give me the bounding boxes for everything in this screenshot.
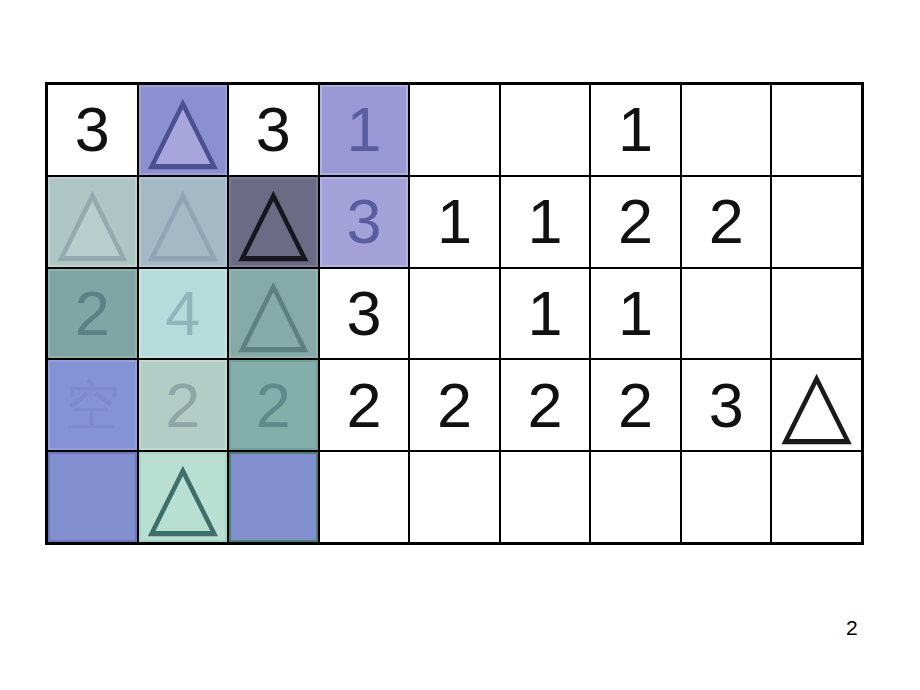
triangle-marker-icon: △	[238, 265, 309, 357]
clue-number: 2	[437, 374, 472, 437]
clue-number: 2	[256, 374, 291, 437]
triangle-marker-icon: △	[238, 173, 309, 265]
puzzle-grid: 3▲△311▲△△△3112224△311空2222223△△	[45, 82, 864, 545]
clue-number: 1	[528, 282, 563, 345]
cell-r1c8[interactable]	[682, 85, 771, 175]
triangle-marker-icon: △	[147, 448, 218, 540]
clue-number: 3	[709, 374, 744, 437]
cell-r5c3[interactable]	[229, 452, 318, 542]
cell-r2c2[interactable]: △	[139, 177, 228, 267]
cell-r2c4[interactable]: 3	[320, 177, 409, 267]
cell-r4c1[interactable]: 空	[48, 360, 137, 450]
cell-r3c9[interactable]	[772, 269, 861, 359]
clue-number: 3	[75, 98, 110, 161]
cell-r1c2[interactable]: ▲△	[139, 85, 228, 175]
clue-number: 2	[618, 374, 653, 437]
slide-page-number: 2	[846, 616, 858, 640]
clue-number: 1	[346, 98, 381, 161]
cell-r1c7[interactable]: 1	[591, 85, 680, 175]
cell-r3c2[interactable]: 4	[139, 269, 228, 359]
clue-number: 2	[709, 190, 744, 253]
cell-r2c5[interactable]: 1	[410, 177, 499, 267]
clue-number: 4	[165, 282, 200, 345]
triangle-marker-icon: △	[57, 173, 128, 265]
clue-number: 2	[75, 282, 110, 345]
empty-kanji: 空	[65, 378, 119, 432]
cell-r3c8[interactable]	[682, 269, 771, 359]
cell-r2c8[interactable]: 2	[682, 177, 771, 267]
cell-r2c7[interactable]: 2	[591, 177, 680, 267]
cell-r5c8[interactable]	[682, 452, 771, 542]
triangle-marker-icon: △	[147, 173, 218, 265]
clue-number: 3	[346, 282, 381, 345]
clue-number: 2	[618, 190, 653, 253]
cell-r2c3[interactable]: △	[229, 177, 318, 267]
cell-r5c5[interactable]	[410, 452, 499, 542]
cell-r4c9[interactable]: △	[772, 360, 861, 450]
cell-r3c7[interactable]: 1	[591, 269, 680, 359]
clue-number: 3	[346, 190, 381, 253]
cell-r5c1[interactable]	[48, 452, 137, 542]
clue-number: 2	[346, 374, 381, 437]
cell-r3c3[interactable]: △	[229, 269, 318, 359]
cell-r5c6[interactable]	[501, 452, 590, 542]
clue-number: 3	[256, 98, 291, 161]
cell-r1c5[interactable]	[410, 85, 499, 175]
cell-r5c2[interactable]: △	[139, 452, 228, 542]
cell-r5c7[interactable]	[591, 452, 680, 542]
clue-number: 1	[528, 190, 563, 253]
cell-r3c5[interactable]	[410, 269, 499, 359]
cell-r4c5[interactable]: 2	[410, 360, 499, 450]
cell-r3c1[interactable]: 2	[48, 269, 137, 359]
cell-r5c4[interactable]	[320, 452, 409, 542]
triangle-marker-icon: △	[781, 357, 852, 449]
clue-number: 1	[437, 190, 472, 253]
cell-r4c2[interactable]: 2	[139, 360, 228, 450]
clue-number: 2	[528, 374, 563, 437]
cell-r2c9[interactable]	[772, 177, 861, 267]
cell-r3c6[interactable]: 1	[501, 269, 590, 359]
cell-r2c1[interactable]: ▲△	[48, 177, 137, 267]
cell-r1c1[interactable]: 3	[48, 85, 137, 175]
clue-number: 1	[618, 282, 653, 345]
cell-r1c3[interactable]: 3	[229, 85, 318, 175]
cell-r4c6[interactable]: 2	[501, 360, 590, 450]
clue-number: 2	[165, 374, 200, 437]
cell-r3c4[interactable]: 3	[320, 269, 409, 359]
cell-r5c9[interactable]	[772, 452, 861, 542]
cell-r4c3[interactable]: 2	[229, 360, 318, 450]
cell-r1c4[interactable]: 1	[320, 85, 409, 175]
cell-r4c8[interactable]: 3	[682, 360, 771, 450]
cell-r2c6[interactable]: 1	[501, 177, 590, 267]
cell-r4c7[interactable]: 2	[591, 360, 680, 450]
cell-r1c6[interactable]	[501, 85, 590, 175]
cell-r4c4[interactable]: 2	[320, 360, 409, 450]
triangle-marker-icon: △	[147, 81, 218, 173]
cell-r1c9[interactable]	[772, 85, 861, 175]
clue-number: 1	[618, 98, 653, 161]
